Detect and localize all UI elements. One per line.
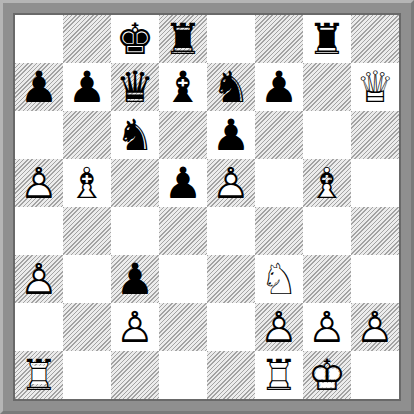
piece-white-knight: ♞♘ <box>255 255 303 303</box>
square-d2[interactable] <box>159 303 207 351</box>
square-e2[interactable] <box>207 303 255 351</box>
piece-black-queen: ♛ <box>111 63 159 111</box>
piece-white-pawn: ♟♙ <box>255 303 303 351</box>
white-pawn-icon: ♙ <box>303 303 351 351</box>
black-rook-icon: ♜ <box>159 15 207 63</box>
piece-white-pawn: ♟♙ <box>351 303 399 351</box>
square-c8[interactable]: ♚ <box>111 15 159 63</box>
square-b4[interactable] <box>63 207 111 255</box>
square-g5[interactable]: ♝♗ <box>303 159 351 207</box>
white-pawn-icon: ♙ <box>15 255 63 303</box>
square-g6[interactable] <box>303 111 351 159</box>
square-f8[interactable] <box>255 15 303 63</box>
square-c1[interactable] <box>111 351 159 399</box>
black-knight-icon: ♞ <box>111 111 159 159</box>
piece-black-pawn: ♟ <box>15 63 63 111</box>
square-a8[interactable] <box>15 15 63 63</box>
square-d1[interactable] <box>159 351 207 399</box>
piece-white-queen: ♛♕ <box>351 63 399 111</box>
square-f6[interactable] <box>255 111 303 159</box>
square-c3[interactable]: ♟ <box>111 255 159 303</box>
square-d8[interactable]: ♜ <box>159 15 207 63</box>
black-rook-icon: ♜ <box>303 15 351 63</box>
square-d3[interactable] <box>159 255 207 303</box>
square-b1[interactable] <box>63 351 111 399</box>
piece-black-pawn: ♟ <box>63 63 111 111</box>
square-f1[interactable]: ♜♖ <box>255 351 303 399</box>
square-h4[interactable] <box>351 207 399 255</box>
white-bishop-icon: ♗ <box>63 159 111 207</box>
white-pawn-icon: ♙ <box>207 159 255 207</box>
square-e8[interactable] <box>207 15 255 63</box>
square-b2[interactable] <box>63 303 111 351</box>
piece-white-pawn: ♟♙ <box>111 303 159 351</box>
piece-white-rook: ♜♖ <box>255 351 303 399</box>
square-c4[interactable] <box>111 207 159 255</box>
square-g4[interactable] <box>303 207 351 255</box>
piece-black-bishop: ♝ <box>159 63 207 111</box>
square-c5[interactable] <box>111 159 159 207</box>
white-rook-icon: ♖ <box>255 351 303 399</box>
chess-board: ♚♜♜♟♟♛♝♞♟♛♕♞♟♟♙♝♗♟♟♙♝♗♟♙♟♞♘♟♙♟♙♟♙♟♙♜♖♜♖♚… <box>13 13 401 401</box>
square-d4[interactable] <box>159 207 207 255</box>
square-h3[interactable] <box>351 255 399 303</box>
board-frame: ♚♜♜♟♟♛♝♞♟♛♕♞♟♟♙♝♗♟♟♙♝♗♟♙♟♞♘♟♙♟♙♟♙♟♙♜♖♜♖♚… <box>0 0 414 414</box>
square-b6[interactable] <box>63 111 111 159</box>
piece-black-pawn: ♟ <box>159 159 207 207</box>
piece-white-pawn: ♟♙ <box>15 159 63 207</box>
square-e1[interactable] <box>207 351 255 399</box>
white-pawn-icon: ♙ <box>351 303 399 351</box>
piece-white-pawn: ♟♙ <box>207 159 255 207</box>
black-queen-icon: ♛ <box>111 63 159 111</box>
piece-black-knight: ♞ <box>207 63 255 111</box>
square-a3[interactable]: ♟♙ <box>15 255 63 303</box>
square-a2[interactable] <box>15 303 63 351</box>
square-g1[interactable]: ♚♔ <box>303 351 351 399</box>
square-h6[interactable] <box>351 111 399 159</box>
black-pawn-icon: ♟ <box>63 63 111 111</box>
black-pawn-icon: ♟ <box>255 63 303 111</box>
black-pawn-icon: ♟ <box>111 255 159 303</box>
square-f3[interactable]: ♞♘ <box>255 255 303 303</box>
square-a5[interactable]: ♟♙ <box>15 159 63 207</box>
black-pawn-icon: ♟ <box>159 159 207 207</box>
black-pawn-icon: ♟ <box>207 111 255 159</box>
square-h1[interactable] <box>351 351 399 399</box>
piece-white-king: ♚♔ <box>303 351 351 399</box>
white-pawn-icon: ♙ <box>255 303 303 351</box>
square-b5[interactable]: ♝♗ <box>63 159 111 207</box>
square-g3[interactable] <box>303 255 351 303</box>
piece-black-pawn: ♟ <box>255 63 303 111</box>
piece-black-pawn: ♟ <box>207 111 255 159</box>
piece-black-king: ♚ <box>111 15 159 63</box>
square-b7[interactable]: ♟ <box>63 63 111 111</box>
white-pawn-icon: ♙ <box>15 159 63 207</box>
white-king-icon: ♔ <box>303 351 351 399</box>
square-b3[interactable] <box>63 255 111 303</box>
square-e6[interactable]: ♟ <box>207 111 255 159</box>
square-a6[interactable] <box>15 111 63 159</box>
square-h2[interactable]: ♟♙ <box>351 303 399 351</box>
square-g8[interactable]: ♜ <box>303 15 351 63</box>
square-c7[interactable]: ♛ <box>111 63 159 111</box>
black-bishop-icon: ♝ <box>159 63 207 111</box>
black-king-icon: ♚ <box>111 15 159 63</box>
piece-black-pawn: ♟ <box>111 255 159 303</box>
piece-black-knight: ♞ <box>111 111 159 159</box>
square-f4[interactable] <box>255 207 303 255</box>
square-g7[interactable] <box>303 63 351 111</box>
square-f2[interactable]: ♟♙ <box>255 303 303 351</box>
square-c6[interactable]: ♞ <box>111 111 159 159</box>
white-queen-icon: ♕ <box>351 63 399 111</box>
square-h5[interactable] <box>351 159 399 207</box>
square-d5[interactable]: ♟ <box>159 159 207 207</box>
piece-white-bishop: ♝♗ <box>63 159 111 207</box>
square-c2[interactable]: ♟♙ <box>111 303 159 351</box>
square-a4[interactable] <box>15 207 63 255</box>
piece-white-rook: ♜♖ <box>15 351 63 399</box>
square-g2[interactable]: ♟♙ <box>303 303 351 351</box>
white-pawn-icon: ♙ <box>111 303 159 351</box>
square-d6[interactable] <box>159 111 207 159</box>
square-e7[interactable]: ♞ <box>207 63 255 111</box>
black-pawn-icon: ♟ <box>15 63 63 111</box>
square-f7[interactable]: ♟ <box>255 63 303 111</box>
square-d7[interactable]: ♝ <box>159 63 207 111</box>
square-f5[interactable] <box>255 159 303 207</box>
square-a7[interactable]: ♟ <box>15 63 63 111</box>
piece-black-rook: ♜ <box>159 15 207 63</box>
square-b8[interactable] <box>63 15 111 63</box>
black-knight-icon: ♞ <box>207 63 255 111</box>
square-h7[interactable]: ♛♕ <box>351 63 399 111</box>
square-e4[interactable] <box>207 207 255 255</box>
piece-white-bishop: ♝♗ <box>303 159 351 207</box>
square-e3[interactable] <box>207 255 255 303</box>
white-rook-icon: ♖ <box>15 351 63 399</box>
piece-black-rook: ♜ <box>303 15 351 63</box>
white-bishop-icon: ♗ <box>303 159 351 207</box>
piece-white-pawn: ♟♙ <box>15 255 63 303</box>
square-e5[interactable]: ♟♙ <box>207 159 255 207</box>
piece-white-pawn: ♟♙ <box>303 303 351 351</box>
white-knight-icon: ♘ <box>255 255 303 303</box>
square-a1[interactable]: ♜♖ <box>15 351 63 399</box>
square-h8[interactable] <box>351 15 399 63</box>
